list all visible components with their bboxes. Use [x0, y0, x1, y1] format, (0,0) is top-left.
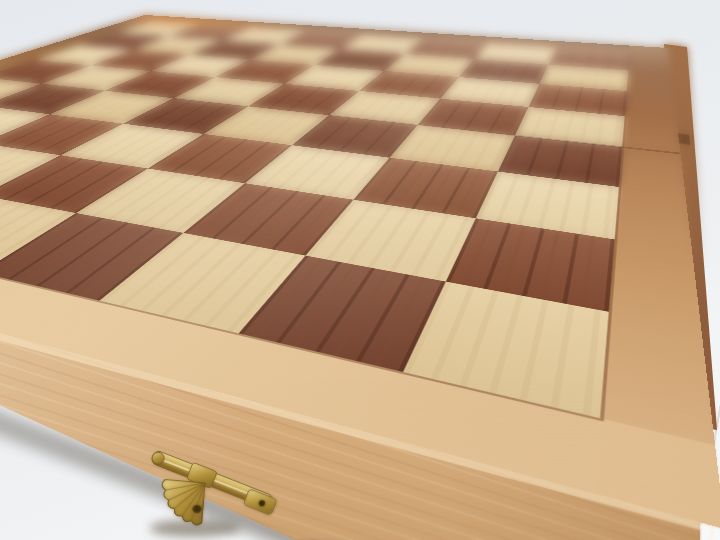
brass-clasp-graphic [138, 443, 298, 540]
brass-clasp [138, 443, 298, 540]
photo-empty-chessboard [0, 0, 720, 540]
clasp-fan-pendant [162, 480, 205, 525]
depth-blur-near-layer [0, 0, 720, 540]
fan-hole [192, 505, 201, 513]
